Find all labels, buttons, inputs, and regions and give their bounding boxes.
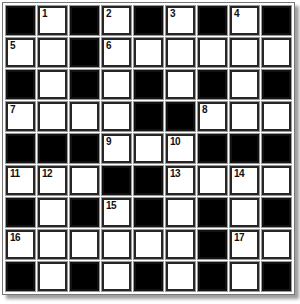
black-cell-r1c2 — [70, 38, 99, 67]
black-cell-r8c0 — [6, 262, 35, 291]
white-cell-r8c5[interactable] — [166, 262, 195, 291]
white-cell-r1c5[interactable] — [166, 38, 195, 67]
white-cell-r3c7[interactable] — [230, 102, 259, 131]
white-cell-r5c1[interactable]: 12 — [38, 166, 67, 195]
white-cell-r0c5[interactable]: 3 — [166, 6, 195, 35]
white-cell-r5c2[interactable] — [70, 166, 99, 195]
black-cell-r6c6 — [198, 198, 227, 227]
clue-number-12: 12 — [42, 169, 52, 179]
white-cell-r7c1[interactable] — [38, 230, 67, 259]
black-cell-r2c8 — [262, 70, 291, 99]
white-cell-r3c8[interactable] — [262, 102, 291, 131]
black-cell-r7c6 — [198, 230, 227, 259]
white-cell-r0c3[interactable]: 2 — [102, 6, 131, 35]
black-cell-r0c6 — [198, 6, 227, 35]
white-cell-r7c7[interactable]: 17 — [230, 230, 259, 259]
white-cell-r5c8[interactable] — [262, 166, 291, 195]
white-cell-r4c3[interactable]: 9 — [102, 134, 131, 163]
black-cell-r4c6 — [198, 134, 227, 163]
clue-number-9: 9 — [106, 137, 111, 147]
white-cell-r4c5[interactable]: 10 — [166, 134, 195, 163]
black-cell-r5c4 — [134, 166, 163, 195]
clue-number-13: 13 — [170, 169, 180, 179]
white-cell-r1c0[interactable]: 5 — [6, 38, 35, 67]
black-cell-r4c2 — [70, 134, 99, 163]
clue-number-17: 17 — [234, 233, 244, 243]
black-cell-r6c0 — [6, 198, 35, 227]
white-cell-r6c7[interactable] — [230, 198, 259, 227]
clue-number-7: 7 — [10, 105, 15, 115]
clue-number-16: 16 — [10, 233, 20, 243]
clue-number-10: 10 — [170, 137, 180, 147]
black-cell-r2c4 — [134, 70, 163, 99]
clue-number-6: 6 — [106, 41, 111, 51]
clue-number-11: 11 — [10, 169, 20, 179]
black-cell-r4c8 — [262, 134, 291, 163]
white-cell-r2c1[interactable] — [38, 70, 67, 99]
black-cell-r0c8 — [262, 6, 291, 35]
black-cell-r2c2 — [70, 70, 99, 99]
black-cell-r4c1 — [38, 134, 67, 163]
black-cell-r6c8 — [262, 198, 291, 227]
black-cell-r3c4 — [134, 102, 163, 131]
black-cell-r2c6 — [198, 70, 227, 99]
white-cell-r2c3[interactable] — [102, 70, 131, 99]
page-background: 1234567891011121314151617 — [0, 0, 300, 304]
white-cell-r5c6[interactable] — [198, 166, 227, 195]
black-cell-r3c5 — [166, 102, 195, 131]
white-cell-r4c4[interactable] — [134, 134, 163, 163]
white-cell-r7c2[interactable] — [70, 230, 99, 259]
white-cell-r8c3[interactable] — [102, 262, 131, 291]
white-cell-r7c8[interactable] — [262, 230, 291, 259]
white-cell-r7c5[interactable] — [166, 230, 195, 259]
clue-number-14: 14 — [234, 169, 244, 179]
black-cell-r8c8 — [262, 262, 291, 291]
white-cell-r8c7[interactable] — [230, 262, 259, 291]
black-cell-r8c2 — [70, 262, 99, 291]
white-cell-r0c7[interactable]: 4 — [230, 6, 259, 35]
black-cell-r6c2 — [70, 198, 99, 227]
white-cell-r1c3[interactable]: 6 — [102, 38, 131, 67]
puzzle-frame: 1234567891011121314151617 — [2, 2, 295, 295]
white-cell-r7c3[interactable] — [102, 230, 131, 259]
white-cell-r1c1[interactable] — [38, 38, 67, 67]
white-cell-r0c1[interactable]: 1 — [38, 6, 67, 35]
white-cell-r7c0[interactable]: 16 — [6, 230, 35, 259]
black-cell-r0c2 — [70, 6, 99, 35]
white-cell-r3c3[interactable] — [102, 102, 131, 131]
clue-number-5: 5 — [10, 41, 15, 51]
clue-number-2: 2 — [106, 9, 111, 19]
white-cell-r2c7[interactable] — [230, 70, 259, 99]
white-cell-r1c8[interactable] — [262, 38, 291, 67]
white-cell-r6c3[interactable]: 15 — [102, 198, 131, 227]
white-cell-r7c4[interactable] — [134, 230, 163, 259]
white-cell-r6c5[interactable] — [166, 198, 195, 227]
clue-number-8: 8 — [202, 105, 207, 115]
black-cell-r4c7 — [230, 134, 259, 163]
white-cell-r3c6[interactable]: 8 — [198, 102, 227, 131]
white-cell-r5c7[interactable]: 14 — [230, 166, 259, 195]
black-cell-r4c0 — [6, 134, 35, 163]
white-cell-r5c5[interactable]: 13 — [166, 166, 195, 195]
clue-number-1: 1 — [42, 9, 47, 19]
clue-number-4: 4 — [234, 9, 239, 19]
black-cell-r8c6 — [198, 262, 227, 291]
white-cell-r8c1[interactable] — [38, 262, 67, 291]
black-cell-r2c0 — [6, 70, 35, 99]
black-cell-r5c3 — [102, 166, 131, 195]
black-cell-r0c4 — [134, 6, 163, 35]
black-cell-r8c4 — [134, 262, 163, 291]
white-cell-r3c1[interactable] — [38, 102, 67, 131]
white-cell-r6c1[interactable] — [38, 198, 67, 227]
white-cell-r1c4[interactable] — [134, 38, 163, 67]
crossword-grid: 1234567891011121314151617 — [6, 6, 291, 291]
white-cell-r1c7[interactable] — [230, 38, 259, 67]
white-cell-r5c0[interactable]: 11 — [6, 166, 35, 195]
white-cell-r3c2[interactable] — [70, 102, 99, 131]
clue-number-3: 3 — [170, 9, 175, 19]
white-cell-r1c6[interactable] — [198, 38, 227, 67]
black-cell-r6c4 — [134, 198, 163, 227]
white-cell-r2c5[interactable] — [166, 70, 195, 99]
black-cell-r0c0 — [6, 6, 35, 35]
clue-number-15: 15 — [106, 201, 116, 211]
white-cell-r3c0[interactable]: 7 — [6, 102, 35, 131]
